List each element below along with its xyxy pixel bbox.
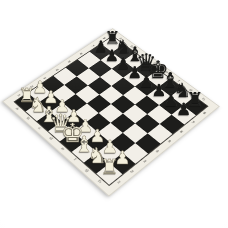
product-photo-scene: abcdefgh abcdefgh 87654321 87654321 ♜♞♝♛… [0, 0, 228, 228]
piece-white-rook[interactable]: ♜ [100, 155, 118, 179]
piece-black-pawn[interactable]: ♟ [176, 99, 191, 119]
